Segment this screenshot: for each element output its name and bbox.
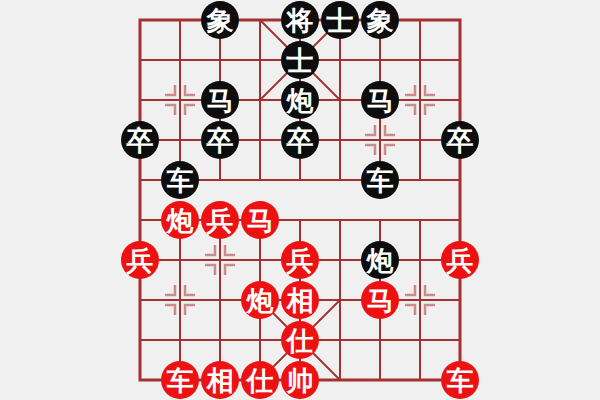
piece-red-soldier[interactable]: 兵: [281, 241, 319, 279]
piece-black-soldier[interactable]: 卒: [281, 121, 319, 159]
piece-black-cannon[interactable]: 炮: [281, 81, 319, 119]
piece-black-soldier[interactable]: 卒: [441, 121, 479, 159]
piece-red-elephant[interactable]: 相: [281, 281, 319, 319]
piece-black-advisor[interactable]: 士: [321, 1, 359, 39]
piece-red-soldier[interactable]: 兵: [121, 241, 159, 279]
piece-red-advisor[interactable]: 仕: [241, 361, 279, 399]
piece-black-advisor[interactable]: 士: [281, 41, 319, 79]
piece-red-advisor[interactable]: 仕: [281, 321, 319, 359]
xiangqi-board: 象将士象士马炮马卒卒卒卒车车炮兵马兵兵炮兵炮相马仕车相仕帅车: [0, 0, 600, 400]
piece-black-horse[interactable]: 马: [201, 81, 239, 119]
piece-black-elephant[interactable]: 象: [201, 1, 239, 39]
piece-red-cannon[interactable]: 炮: [241, 281, 279, 319]
piece-red-horse[interactable]: 马: [241, 201, 279, 239]
piece-black-chariot[interactable]: 车: [361, 161, 399, 199]
piece-red-general[interactable]: 帅: [281, 361, 319, 399]
piece-black-chariot[interactable]: 车: [161, 161, 199, 199]
piece-red-cannon[interactable]: 炮: [161, 201, 199, 239]
piece-red-soldier[interactable]: 兵: [441, 241, 479, 279]
piece-black-soldier[interactable]: 卒: [121, 121, 159, 159]
piece-black-cannon[interactable]: 炮: [361, 241, 399, 279]
piece-red-chariot[interactable]: 车: [441, 361, 479, 399]
piece-red-elephant[interactable]: 相: [201, 361, 239, 399]
piece-red-chariot[interactable]: 车: [161, 361, 199, 399]
piece-black-soldier[interactable]: 卒: [201, 121, 239, 159]
piece-red-horse[interactable]: 马: [361, 281, 399, 319]
piece-black-horse[interactable]: 马: [361, 81, 399, 119]
piece-red-soldier[interactable]: 兵: [201, 201, 239, 239]
piece-grid: 象将士象士马炮马卒卒卒卒车车炮兵马兵兵炮兵炮相马仕车相仕帅车: [120, 0, 480, 400]
piece-black-elephant[interactable]: 象: [361, 1, 399, 39]
piece-black-general[interactable]: 将: [281, 1, 319, 39]
